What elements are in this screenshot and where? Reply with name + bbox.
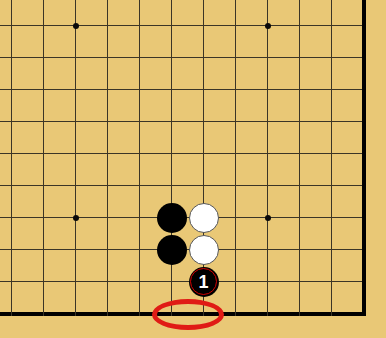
annotations-layer	[0, 0, 386, 338]
annotation-ellipse	[152, 299, 224, 330]
move-number-label: 1	[198, 273, 208, 291]
go-board: 1	[0, 0, 386, 338]
